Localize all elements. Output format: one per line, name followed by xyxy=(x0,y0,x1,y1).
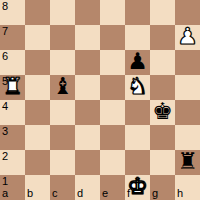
square-f1[interactable]: ♚ xyxy=(125,175,150,200)
square-b8[interactable] xyxy=(25,0,50,25)
square-h6[interactable] xyxy=(175,50,200,75)
square-g5[interactable] xyxy=(150,75,175,100)
black-bishop-c5[interactable]: ♝ xyxy=(52,75,73,98)
square-f4[interactable] xyxy=(125,100,150,125)
square-f3[interactable] xyxy=(125,125,150,150)
square-a4[interactable] xyxy=(0,100,25,125)
white-knight-f5[interactable]: ♞ xyxy=(127,75,148,98)
square-h4[interactable] xyxy=(175,100,200,125)
square-c6[interactable] xyxy=(50,50,75,75)
square-d8[interactable] xyxy=(75,0,100,25)
square-f8[interactable] xyxy=(125,0,150,25)
square-g7[interactable] xyxy=(150,25,175,50)
square-h7[interactable]: ♟ xyxy=(175,25,200,50)
square-d1[interactable] xyxy=(75,175,100,200)
square-f7[interactable] xyxy=(125,25,150,50)
square-d5[interactable] xyxy=(75,75,100,100)
square-h5[interactable] xyxy=(175,75,200,100)
square-g4[interactable]: ♚ xyxy=(150,100,175,125)
square-g2[interactable] xyxy=(150,150,175,175)
white-rook-a5[interactable]: ♜ xyxy=(2,75,23,98)
white-pawn-h7[interactable]: ♟ xyxy=(177,25,198,48)
square-e3[interactable] xyxy=(100,125,125,150)
square-a6[interactable] xyxy=(0,50,25,75)
square-c7[interactable] xyxy=(50,25,75,50)
square-e6[interactable] xyxy=(100,50,125,75)
black-king-g4[interactable]: ♚ xyxy=(152,100,173,123)
square-d2[interactable] xyxy=(75,150,100,175)
square-c8[interactable] xyxy=(50,0,75,25)
square-e5[interactable] xyxy=(100,75,125,100)
square-b4[interactable] xyxy=(25,100,50,125)
square-c4[interactable] xyxy=(50,100,75,125)
square-a3[interactable] xyxy=(0,125,25,150)
square-f2[interactable] xyxy=(125,150,150,175)
square-d3[interactable] xyxy=(75,125,100,150)
square-b7[interactable] xyxy=(25,25,50,50)
square-d7[interactable] xyxy=(75,25,100,50)
square-b3[interactable] xyxy=(25,125,50,150)
white-king-f1[interactable]: ♚ xyxy=(127,175,148,198)
square-b5[interactable] xyxy=(25,75,50,100)
square-h1[interactable] xyxy=(175,175,200,200)
square-e4[interactable] xyxy=(100,100,125,125)
square-c5[interactable]: ♝ xyxy=(50,75,75,100)
square-g1[interactable] xyxy=(150,175,175,200)
square-c3[interactable] xyxy=(50,125,75,150)
square-b1[interactable] xyxy=(25,175,50,200)
square-d4[interactable] xyxy=(75,100,100,125)
square-h8[interactable] xyxy=(175,0,200,25)
square-h2[interactable]: ♜ xyxy=(175,150,200,175)
chess-board: ♟♟♜♝♞♚♜♚87654321abcdefgh xyxy=(0,0,200,200)
square-g3[interactable] xyxy=(150,125,175,150)
square-a5[interactable]: ♜ xyxy=(0,75,25,100)
black-pawn-f6[interactable]: ♟ xyxy=(127,50,148,73)
square-a7[interactable] xyxy=(0,25,25,50)
square-a1[interactable] xyxy=(0,175,25,200)
square-h3[interactable] xyxy=(175,125,200,150)
square-c1[interactable] xyxy=(50,175,75,200)
square-e1[interactable] xyxy=(100,175,125,200)
square-c2[interactable] xyxy=(50,150,75,175)
square-g8[interactable] xyxy=(150,0,175,25)
square-e8[interactable] xyxy=(100,0,125,25)
square-a2[interactable] xyxy=(0,150,25,175)
square-g6[interactable] xyxy=(150,50,175,75)
square-a8[interactable] xyxy=(0,0,25,25)
square-f6[interactable]: ♟ xyxy=(125,50,150,75)
black-rook-h2[interactable]: ♜ xyxy=(177,150,198,173)
square-b6[interactable] xyxy=(25,50,50,75)
square-f5[interactable]: ♞ xyxy=(125,75,150,100)
square-e7[interactable] xyxy=(100,25,125,50)
square-e2[interactable] xyxy=(100,150,125,175)
square-d6[interactable] xyxy=(75,50,100,75)
square-b2[interactable] xyxy=(25,150,50,175)
